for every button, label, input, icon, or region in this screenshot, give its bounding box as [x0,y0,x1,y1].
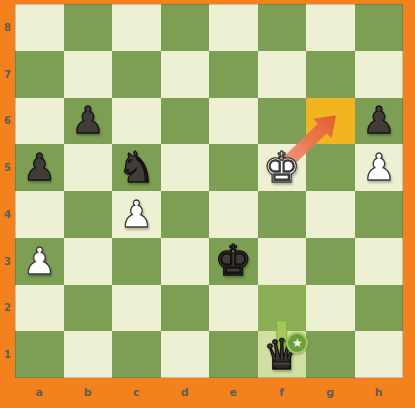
file-label-c: c [112,380,161,404]
rank-label-3: 3 [0,238,15,285]
rank-label-1: 1 [0,331,15,378]
square-a1[interactable] [15,331,64,378]
square-b5[interactable] [64,144,113,191]
file-label-d: d [161,380,210,404]
square-a7[interactable] [15,51,64,98]
square-g3[interactable] [306,238,355,285]
square-d2[interactable] [161,285,210,332]
white-king-f5[interactable]: ♚ [258,144,307,191]
white-pawn-glyph: ♟ [120,196,153,233]
square-h8[interactable] [355,4,404,51]
square-g4[interactable] [306,191,355,238]
black-pawn-glyph: ♟ [23,149,56,186]
square-c2[interactable] [112,285,161,332]
square-h3[interactable] [355,238,404,285]
square-a4[interactable] [15,191,64,238]
chessboard-frame: ♟♟♟♞♚♟♟♟♚♛ 87654321abcdefgh ★ [0,0,415,408]
rank-label-6: 6 [0,98,15,145]
black-knight-glyph: ♞ [117,147,155,189]
square-c3[interactable] [112,238,161,285]
square-b1[interactable] [64,331,113,378]
square-f3[interactable] [258,238,307,285]
square-f6[interactable] [258,98,307,145]
square-b8[interactable] [64,4,113,51]
square-g2[interactable] [306,285,355,332]
square-g8[interactable] [306,4,355,51]
black-king-e3[interactable]: ♚ [209,238,258,285]
square-d3[interactable] [161,238,210,285]
square-b3[interactable] [64,238,113,285]
black-pawn-b6[interactable]: ♟ [64,98,113,145]
square-c6[interactable] [112,98,161,145]
square-d4[interactable] [161,191,210,238]
square-f4[interactable] [258,191,307,238]
square-d7[interactable] [161,51,210,98]
suggestion-target-highlight[interactable] [306,98,355,145]
black-pawn-h6[interactable]: ♟ [355,98,404,145]
file-label-f: f [258,380,307,404]
square-g1[interactable] [306,331,355,378]
white-pawn-h5[interactable]: ♟ [355,144,404,191]
white-pawn-a3[interactable]: ♟ [15,238,64,285]
black-pawn-glyph: ♟ [362,102,395,139]
move-from-highlight[interactable] [258,285,307,332]
square-e8[interactable] [209,4,258,51]
square-h7[interactable] [355,51,404,98]
chess-board [15,4,403,378]
square-c1[interactable] [112,331,161,378]
square-b4[interactable] [64,191,113,238]
rank-label-5: 5 [0,144,15,191]
square-b2[interactable] [64,285,113,332]
square-a2[interactable] [15,285,64,332]
square-h2[interactable] [355,285,404,332]
black-king-glyph: ♚ [214,240,252,282]
black-knight-c5[interactable]: ♞ [112,144,161,191]
square-e4[interactable] [209,191,258,238]
square-c7[interactable] [112,51,161,98]
square-d1[interactable] [161,331,210,378]
square-a6[interactable] [15,98,64,145]
square-e1[interactable] [209,331,258,378]
square-e7[interactable] [209,51,258,98]
square-f7[interactable] [258,51,307,98]
white-pawn-c4[interactable]: ♟ [112,191,161,238]
square-g5[interactable] [306,144,355,191]
black-pawn-glyph: ♟ [71,102,104,139]
rank-label-2: 2 [0,285,15,332]
square-g7[interactable] [306,51,355,98]
square-d6[interactable] [161,98,210,145]
rank-label-4: 4 [0,191,15,238]
file-label-a: a [15,380,64,404]
white-pawn-glyph: ♟ [362,149,395,186]
star-icon: ★ [292,337,303,349]
square-c8[interactable] [112,4,161,51]
black-pawn-a5[interactable]: ♟ [15,144,64,191]
square-a8[interactable] [15,4,64,51]
file-label-e: e [209,380,258,404]
file-label-g: g [306,380,355,404]
white-king-glyph: ♚ [263,147,301,189]
square-d8[interactable] [161,4,210,51]
file-label-h: h [355,380,404,404]
square-h4[interactable] [355,191,404,238]
file-label-b: b [64,380,113,404]
rank-label-7: 7 [0,51,15,98]
white-pawn-glyph: ♟ [23,243,56,280]
square-b7[interactable] [64,51,113,98]
square-e6[interactable] [209,98,258,145]
square-h1[interactable] [355,331,404,378]
square-e5[interactable] [209,144,258,191]
square-e2[interactable] [209,285,258,332]
rank-label-8: 8 [0,4,15,51]
square-f8[interactable] [258,4,307,51]
square-d5[interactable] [161,144,210,191]
